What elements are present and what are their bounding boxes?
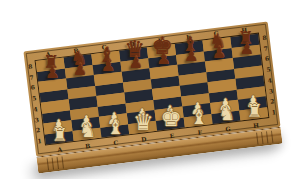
- piece-white-knight-b1[interactable]: ♞: [79, 121, 96, 140]
- rank-label-7: 7: [260, 42, 271, 54]
- playing-area: ♜♞♝♛♚♝♞♜♟♟♟♟♟♟♟♟♟♟♟♟♟♟♟♟♜♞♝♛♚♝♞♜: [35, 33, 270, 146]
- rank-label-4: 4: [264, 74, 275, 86]
- piece-black-pawn-d7[interactable]: ♟: [128, 55, 142, 71]
- piece-white-rook-a1[interactable]: ♜: [52, 126, 68, 144]
- chess-set: ABCDEFGH ABCDEFGH 87654321 87654321 ♜♞♝♛…: [23, 21, 282, 173]
- piece-white-rook-h1[interactable]: ♜: [246, 102, 262, 120]
- front-edge-groove: [52, 158, 54, 170]
- rank-label-2: 2: [267, 95, 278, 107]
- piece-black-pawn-a7[interactable]: ♟: [45, 65, 59, 81]
- piece-black-pawn-g7[interactable]: ♟: [212, 45, 226, 61]
- rank-label-6: 6: [262, 53, 273, 65]
- piece-black-pawn-e7[interactable]: ♟: [156, 51, 170, 67]
- front-edge-groove: [62, 156, 64, 168]
- front-edge-groove: [261, 132, 263, 144]
- rank-label-3: 3: [265, 85, 276, 97]
- front-edge-groove: [271, 131, 273, 143]
- rank-label-8: 8: [259, 31, 270, 43]
- front-edge-groove: [266, 131, 268, 143]
- piece-black-pawn-f7[interactable]: ♟: [184, 48, 198, 64]
- piece-white-queen-d1[interactable]: ♛: [133, 111, 154, 134]
- pieces-layer: ♜♞♝♛♚♝♞♜♟♟♟♟♟♟♟♟♟♟♟♟♟♟♟♟♜♞♝♛♚♝♞♜: [36, 34, 269, 145]
- piece-black-pawn-c7[interactable]: ♟: [101, 58, 115, 74]
- rank-label-1: 1: [268, 106, 279, 118]
- piece-white-knight-g1[interactable]: ♞: [218, 104, 235, 123]
- piece-white-bishop-f1[interactable]: ♝: [190, 107, 208, 127]
- piece-black-pawn-h7[interactable]: ♟: [240, 41, 254, 57]
- front-edge-groove: [256, 133, 258, 145]
- piece-white-bishop-c1[interactable]: ♝: [107, 117, 125, 137]
- piece-white-king-e1[interactable]: ♚: [160, 106, 182, 130]
- photo-background: ABCDEFGH ABCDEFGH 87654321 87654321 ♜♞♝♛…: [0, 0, 300, 179]
- rank-label-5: 5: [263, 63, 274, 75]
- front-edge-groove: [47, 158, 49, 170]
- front-edge-groove: [57, 157, 59, 169]
- piece-black-pawn-b7[interactable]: ♟: [73, 62, 87, 78]
